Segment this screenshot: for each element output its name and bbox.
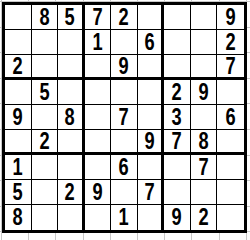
cell-r8c5[interactable] [111,180,138,205]
given-digit: 7 [226,55,236,79]
cell-r1c9[interactable]: 9 [217,5,244,30]
cell-r6c8[interactable]: 8 [191,130,218,155]
given-digit: 2 [65,180,75,205]
given-digit: 8 [39,5,49,30]
given-digit: 8 [65,105,75,130]
cell-r5c4[interactable] [85,105,112,130]
cell-r6c7[interactable]: 7 [164,130,191,155]
given-digit: 7 [92,5,102,30]
cell-r6c1[interactable] [5,130,32,155]
cell-r8c3[interactable]: 2 [58,180,85,205]
cell-r1c3[interactable]: 5 [58,5,85,30]
cell-r7c6[interactable] [138,155,165,180]
cell-r5c5[interactable]: 7 [111,105,138,130]
cell-r1c4[interactable]: 7 [85,5,112,30]
given-digit: 8 [13,205,23,230]
given-digit: 2 [199,205,209,230]
cell-r6c5[interactable] [111,130,138,155]
cell-r4c1[interactable] [5,80,32,105]
cell-r3c5[interactable]: 9 [111,55,138,80]
cell-r6c4[interactable] [85,130,112,155]
cell-r9c8[interactable]: 2 [191,205,218,230]
cell-r7c9[interactable] [217,155,244,180]
cell-r2c4[interactable]: 1 [85,30,112,55]
given-digit: 9 [172,205,182,230]
cell-r4c6[interactable] [138,80,165,105]
cell-r3c4[interactable] [85,55,112,80]
cell-r8c1[interactable]: 5 [5,180,32,205]
given-digit: 2 [172,80,182,105]
cell-r8c7[interactable] [164,180,191,205]
cell-r4c3[interactable] [58,80,85,105]
cell-r5c8[interactable] [191,105,218,130]
given-digit: 7 [199,155,209,180]
given-digit: 6 [144,30,154,55]
cell-r4c7[interactable]: 2 [164,80,191,105]
cell-r3c3[interactable] [58,55,85,80]
given-digit: 9 [199,80,209,105]
sudoku-board: 8572916229752998736297816752978192 [2,2,247,233]
given-digit: 2 [226,30,236,55]
cell-r2c6[interactable]: 6 [138,30,165,55]
given-digit: 1 [119,205,129,230]
given-digit: 5 [65,5,75,30]
cell-r6c6[interactable]: 9 [138,130,165,155]
cell-r8c9[interactable] [217,180,244,205]
cell-r1c7[interactable] [164,5,191,30]
cell-r7c3[interactable] [58,155,85,180]
cell-r6c2[interactable]: 2 [32,130,59,155]
cell-r8c2[interactable] [32,180,59,205]
cell-r3c1[interactable]: 2 [5,55,32,80]
given-digit: 1 [13,155,23,180]
cell-r7c7[interactable] [164,155,191,180]
given-digit: 8 [199,130,209,154]
given-digit: 9 [92,180,102,205]
cell-r9c4[interactable] [85,205,112,230]
cell-r5c2[interactable] [32,105,59,130]
cell-r9c5[interactable]: 1 [111,205,138,230]
given-digit: 9 [119,55,129,79]
cell-r9c6[interactable] [138,205,165,230]
cell-r9c1[interactable]: 8 [5,205,32,230]
cell-r3c9[interactable]: 7 [217,55,244,80]
cell-r3c2[interactable] [32,55,59,80]
cell-r4c2[interactable]: 5 [32,80,59,105]
given-digit: 5 [13,180,23,205]
given-digit: 5 [39,80,49,105]
cell-r1c8[interactable] [191,5,218,30]
cell-r4c8[interactable]: 9 [191,80,218,105]
given-digit: 6 [226,105,236,130]
cell-r3c8[interactable] [191,55,218,80]
given-digit: 2 [39,130,49,154]
cell-r4c5[interactable] [111,80,138,105]
cell-r1c1[interactable] [5,5,32,30]
given-digit: 9 [226,5,236,30]
given-digit: 3 [172,105,182,130]
cell-r9c7[interactable]: 9 [164,205,191,230]
given-digit: 6 [119,155,129,180]
given-digit: 7 [172,130,182,154]
cell-r5c7[interactable]: 3 [164,105,191,130]
cell-r7c8[interactable]: 7 [191,155,218,180]
cell-r2c2[interactable] [32,30,59,55]
cell-r2c8[interactable] [191,30,218,55]
cell-r8c8[interactable] [191,180,218,205]
cell-r5c1[interactable]: 9 [5,105,32,130]
given-digit: 7 [144,180,154,205]
cell-r7c1[interactable]: 1 [5,155,32,180]
cell-r5c9[interactable]: 6 [217,105,244,130]
cell-r1c6[interactable] [138,5,165,30]
given-digit: 2 [119,5,129,30]
cell-r8c4[interactable]: 9 [85,180,112,205]
cell-r3c7[interactable] [164,55,191,80]
cell-r9c3[interactable] [58,205,85,230]
given-digit: 7 [119,105,129,130]
given-digit: 9 [13,105,23,130]
given-digit: 1 [92,30,102,55]
cell-r4c9[interactable] [217,80,244,105]
cell-r5c3[interactable]: 8 [58,105,85,130]
cell-r6c3[interactable] [58,130,85,155]
cell-r7c5[interactable]: 6 [111,155,138,180]
cell-r4c4[interactable] [85,80,112,105]
cell-r2c7[interactable] [164,30,191,55]
cell-r7c2[interactable] [32,155,59,180]
cell-r2c9[interactable]: 2 [217,30,244,55]
given-digit: 9 [144,130,154,154]
cell-r2c5[interactable] [111,30,138,55]
cell-r9c9[interactable] [217,205,244,230]
cell-r2c1[interactable] [5,30,32,55]
cell-r1c2[interactable]: 8 [32,5,59,30]
cell-r8c6[interactable]: 7 [138,180,165,205]
given-digit: 2 [13,55,23,79]
cell-r3c6[interactable] [138,55,165,80]
cell-r5c6[interactable] [138,105,165,130]
sudoku-screenshot: 8572916229752998736297816752978192 [0,0,250,240]
cell-r7c4[interactable] [85,155,112,180]
cell-r1c5[interactable]: 2 [111,5,138,30]
cell-r9c2[interactable] [32,205,59,230]
cell-r2c3[interactable] [58,30,85,55]
cell-r6c9[interactable] [217,130,244,155]
